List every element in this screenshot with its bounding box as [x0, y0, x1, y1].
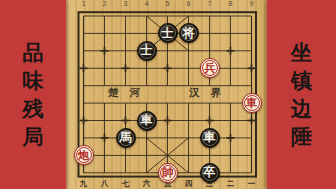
piece-red-車[interactable]: 車: [242, 93, 262, 113]
banner-char: 局: [23, 126, 44, 148]
banner-char: 边: [291, 98, 312, 120]
banner-char: 镇: [291, 70, 312, 92]
river-label-chu-he: 楚 河: [108, 86, 144, 100]
piece-black-卒[interactable]: 卒: [200, 163, 220, 183]
file-label-bottom: 二: [225, 179, 237, 188]
banner-char: 味: [23, 70, 44, 92]
file-label-bottom: 一: [246, 179, 258, 188]
right-banner: 坐镇边陲: [267, 0, 336, 189]
file-label-bottom: 九: [78, 179, 90, 188]
river-label-han-jie: 汉 界: [189, 86, 225, 100]
piece-black-車[interactable]: 車: [200, 128, 220, 148]
piece-black-将[interactable]: 将: [179, 23, 199, 43]
file-label-bottom: 四: [183, 179, 195, 188]
file-label-top: 7: [204, 0, 216, 8]
banner-char: 陲: [291, 126, 312, 148]
piece-red-帥[interactable]: 帥: [158, 163, 178, 183]
file-label-top: 2: [99, 0, 111, 8]
file-label-top: 3: [120, 0, 132, 8]
file-label-top: 4: [141, 0, 153, 8]
piece-red-炮[interactable]: 炮: [74, 145, 94, 165]
piece-black-士[interactable]: 士: [158, 23, 178, 43]
file-label-top: 8: [225, 0, 237, 8]
piece-black-馬[interactable]: 馬: [116, 128, 136, 148]
file-label-top: 5: [162, 0, 174, 8]
screenshot-root: 品味残局 123456789 九八七六五四三二一 楚 河 汉 界 士将士兵車車馬…: [0, 0, 336, 189]
xiangqi-board[interactable]: 123456789 九八七六五四三二一 楚 河 汉 界 士将士兵車車馬車炮帥卒: [66, 0, 267, 189]
piece-black-車[interactable]: 車: [137, 111, 157, 131]
file-label-top: 9: [246, 0, 258, 8]
file-label-top: 6: [183, 0, 195, 8]
file-label-bottom: 八: [99, 179, 111, 188]
piece-red-兵[interactable]: 兵: [200, 58, 220, 78]
left-banner: 品味残局: [0, 0, 66, 189]
banner-char: 残: [23, 98, 44, 120]
file-label-top: 1: [78, 0, 90, 8]
file-label-bottom: 六: [141, 179, 153, 188]
banner-char: 坐: [291, 42, 312, 64]
piece-black-士[interactable]: 士: [137, 41, 157, 61]
file-label-bottom: 七: [120, 179, 132, 188]
banner-char: 品: [23, 42, 44, 64]
